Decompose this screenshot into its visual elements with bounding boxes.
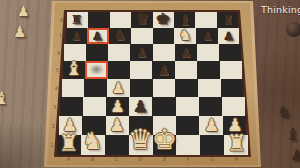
black-pawn-b7[interactable]: ♟ [93, 31, 103, 43]
black-rook-a8[interactable]: ♜ [71, 14, 82, 27]
white-rook-a1[interactable]: ♜ [59, 132, 79, 154]
square-f3[interactable] [176, 97, 199, 116]
file-label-D: D [139, 157, 143, 162]
black-bishop-f8[interactable]: ♝ [178, 13, 191, 27]
square-g1[interactable] [200, 135, 224, 155]
square-f1[interactable] [176, 135, 200, 155]
black-pawn-d6[interactable]: ♟ [136, 47, 147, 60]
square-h5[interactable] [220, 61, 242, 79]
square-e7[interactable] [153, 28, 175, 44]
captured-black-pawn: ♟ [290, 148, 300, 163]
square-a3[interactable] [60, 97, 83, 116]
black-pawn-g7[interactable]: ♟ [202, 31, 212, 43]
white-knight-f7[interactable]: ♞ [179, 28, 192, 43]
square-h4[interactable] [221, 79, 244, 97]
black-pawn-a7[interactable]: ♟ [71, 31, 81, 43]
black-pawn-h7[interactable]: ♟ [224, 31, 234, 43]
square-c6[interactable] [108, 44, 130, 61]
captured-black-bishop: ♝ [285, 126, 300, 143]
file-label-G: G [211, 157, 215, 162]
square-d5[interactable] [130, 61, 152, 79]
chess-app-screen: ABCDEFGH12345678 ♜♛♚♝♜♟♟♞♞♟♟♟♟♝♟♟♟♟♟♟♟♟♜… [0, 0, 300, 168]
file-label-H: H [235, 157, 239, 162]
square-b3[interactable] [83, 97, 106, 116]
square-c5[interactable] [108, 61, 130, 79]
white-queen-d1[interactable]: ♛ [128, 126, 153, 154]
rank-label-2: 2 [52, 124, 55, 129]
file-label-C: C [115, 157, 119, 162]
white-pawn-c3[interactable]: ♟ [110, 99, 125, 115]
black-pawn-d3[interactable]: ♟ [134, 99, 149, 115]
square-f2[interactable] [176, 116, 199, 135]
black-knight-c7[interactable]: ♞ [113, 28, 126, 43]
square-b6[interactable] [86, 44, 108, 61]
white-bishop-a5[interactable]: ♝ [65, 59, 82, 78]
captured-black-pawn-partial [286, 22, 300, 37]
black-king-e8[interactable]: ♚ [156, 11, 170, 27]
captured-black-knight: ♞ [277, 104, 291, 120]
captured-white-bishop: ♝ [0, 90, 9, 107]
captured-white-pawn: ♟ [13, 25, 26, 40]
square-g8[interactable] [195, 12, 216, 28]
square-f4[interactable] [175, 79, 198, 97]
rank-label-7: 7 [59, 34, 62, 39]
captured-white-pawn: ♟ [17, 4, 30, 18]
file-label-F: F [187, 157, 190, 162]
square-a4[interactable] [62, 79, 85, 97]
rank-label-6: 6 [57, 51, 60, 56]
move-shadow-blob [89, 64, 105, 75]
black-pawn-e5[interactable]: ♟ [158, 64, 171, 78]
black-rook-h8[interactable]: ♜ [222, 14, 233, 27]
white-king-e1[interactable]: ♚ [152, 126, 177, 154]
square-h6[interactable] [219, 44, 241, 61]
square-f5[interactable] [175, 61, 197, 79]
black-pawn-f6[interactable]: ♟ [180, 47, 191, 60]
black-queen-d8[interactable]: ♛ [135, 11, 149, 27]
square-g3[interactable] [199, 97, 222, 116]
file-label-B: B [91, 157, 94, 162]
square-c1[interactable] [105, 135, 129, 155]
square-b5[interactable] [85, 61, 107, 79]
square-g4[interactable] [198, 79, 221, 97]
square-g6[interactable] [197, 44, 219, 61]
square-h3[interactable] [222, 97, 245, 116]
rank-label-4: 4 [55, 86, 58, 91]
square-e3[interactable] [152, 97, 175, 116]
white-pawn-c2[interactable]: ♟ [109, 117, 125, 134]
thinking-status: Thinking [261, 4, 300, 15]
square-g5[interactable] [197, 61, 219, 79]
white-knight-b1[interactable]: ♞ [82, 130, 103, 154]
square-b4[interactable] [84, 79, 107, 97]
rank-label-8: 8 [60, 18, 63, 23]
square-b8[interactable] [88, 12, 109, 28]
rank-label-3: 3 [53, 105, 56, 110]
square-e4[interactable] [153, 79, 176, 97]
square-d7[interactable] [131, 28, 153, 44]
file-label-E: E [163, 157, 166, 162]
square-d4[interactable] [130, 79, 153, 97]
rank-label-5: 5 [56, 68, 59, 73]
square-e6[interactable] [153, 44, 175, 61]
white-pawn-c4[interactable]: ♟ [111, 81, 125, 96]
white-rook-h1[interactable]: ♜ [227, 132, 247, 154]
white-pawn-g2[interactable]: ♟ [204, 117, 220, 134]
file-label-A: A [67, 157, 70, 162]
rank-label-1: 1 [50, 143, 53, 148]
